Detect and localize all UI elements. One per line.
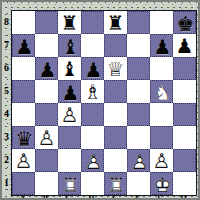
square-b1[interactable] (35, 172, 58, 195)
piece-black-queen[interactable]: ♛ (13, 127, 36, 150)
square-f1[interactable] (127, 172, 150, 195)
piece-white-pawn[interactable]: ♟♙ (82, 150, 105, 173)
piece-white-pawn[interactable]: ♟♙ (35, 126, 58, 149)
rank-label-5: 5 (2, 79, 11, 102)
square-g2[interactable]: ♟♙ (150, 149, 173, 172)
white-piece-outline: ♖ (59, 173, 82, 196)
square-d6[interactable]: ♟ (81, 57, 104, 80)
square-e7[interactable] (104, 34, 127, 57)
square-a6[interactable] (12, 57, 35, 80)
chess-board: ♜♜♚♟♝♟♟♟♝♟♛♕♟♝♗♞♘♟♙♛♟♙♟♙♟♙♟♙♟♙♜♖♜♖♚♔ (11, 10, 197, 196)
piece-white-pawn[interactable]: ♟♙ (12, 149, 35, 172)
piece-black-pawn[interactable]: ♟ (36, 58, 59, 81)
white-piece-outline: ♔ (151, 173, 174, 196)
white-piece-outline: ♕ (104, 57, 127, 80)
square-f4[interactable] (127, 103, 150, 126)
square-e8[interactable]: ♜ (104, 11, 127, 34)
square-b2[interactable] (35, 149, 58, 172)
black-piece-fill: ♝ (58, 57, 81, 80)
piece-white-queen[interactable]: ♛♕ (104, 57, 127, 80)
square-c2[interactable] (58, 149, 81, 172)
square-g8[interactable] (150, 11, 173, 34)
square-h1[interactable] (173, 172, 196, 195)
square-d4[interactable] (81, 103, 104, 126)
rank-label-6: 6 (2, 56, 11, 79)
black-piece-fill: ♚ (174, 12, 197, 35)
rank-label-1: 1 (2, 171, 11, 194)
file-label-h: H (172, 196, 195, 200)
square-h7[interactable]: ♟ (173, 34, 196, 57)
square-e6[interactable]: ♛♕ (104, 57, 127, 80)
rank-label-8: 8 (2, 10, 11, 33)
file-label-c: C (57, 196, 80, 200)
square-a4[interactable] (12, 103, 35, 126)
black-piece-fill: ♟ (36, 58, 59, 81)
black-piece-fill: ♛ (13, 127, 36, 150)
black-piece-fill: ♟ (13, 35, 36, 58)
square-d8[interactable] (81, 11, 104, 34)
black-piece-fill: ♟ (173, 34, 196, 57)
square-c6[interactable]: ♝ (58, 57, 81, 80)
square-g7[interactable]: ♟ (150, 34, 173, 57)
white-piece-outline: ♗ (81, 80, 104, 103)
square-h4[interactable] (173, 103, 196, 126)
piece-white-pawn[interactable]: ♟♙ (150, 149, 173, 172)
rank-label-7: 7 (2, 33, 11, 56)
white-piece-outline: ♙ (150, 149, 173, 172)
square-c1[interactable]: ♜♖ (58, 172, 81, 195)
square-a2[interactable]: ♟♙ (12, 149, 35, 172)
square-c3[interactable] (58, 126, 81, 149)
rank-label-3: 3 (2, 125, 11, 148)
square-g6[interactable] (150, 57, 173, 80)
piece-black-pawn[interactable]: ♟ (82, 58, 105, 81)
square-g5[interactable]: ♞♘ (150, 80, 173, 103)
square-e2[interactable] (104, 149, 127, 172)
white-piece-outline: ♙ (128, 150, 151, 173)
white-piece-outline: ♙ (35, 126, 58, 149)
square-e1[interactable]: ♜♖ (104, 172, 127, 195)
piece-white-knight[interactable]: ♞♘ (151, 81, 174, 104)
rank-label-2: 2 (2, 148, 11, 171)
square-e4[interactable] (104, 103, 127, 126)
square-h6[interactable] (173, 57, 196, 80)
square-b6[interactable]: ♟ (35, 57, 58, 80)
square-a8[interactable] (12, 11, 35, 34)
square-f8[interactable] (127, 11, 150, 34)
piece-black-pawn[interactable]: ♟ (13, 35, 36, 58)
black-piece-fill: ♝ (59, 35, 82, 58)
square-f7[interactable] (127, 34, 150, 57)
square-b3[interactable]: ♟♙ (35, 126, 58, 149)
piece-black-bishop[interactable]: ♝ (58, 57, 81, 80)
square-d1[interactable] (81, 172, 104, 195)
square-f6[interactable] (127, 57, 150, 80)
square-h3[interactable] (173, 126, 196, 149)
square-a5[interactable] (12, 80, 35, 103)
black-piece-fill: ♟ (82, 58, 105, 81)
square-b8[interactable] (35, 11, 58, 34)
piece-white-rook[interactable]: ♜♖ (105, 173, 128, 196)
file-label-d: D (80, 196, 103, 200)
square-f3[interactable] (127, 126, 150, 149)
square-d3[interactable] (81, 126, 104, 149)
square-c5[interactable]: ♟ (58, 80, 81, 103)
white-piece-outline: ♙ (82, 150, 105, 173)
piece-black-pawn[interactable]: ♟ (59, 81, 82, 104)
square-b4[interactable] (35, 103, 58, 126)
square-a3[interactable]: ♛ (12, 126, 35, 149)
white-piece-outline: ♖ (105, 173, 128, 196)
piece-white-bishop[interactable]: ♝♗ (81, 80, 104, 103)
rank-label-4: 4 (2, 102, 11, 125)
file-label-b: B (34, 196, 57, 200)
square-a7[interactable]: ♟ (12, 34, 35, 57)
file-label-f: F (126, 196, 149, 200)
white-piece-outline: ♙ (12, 149, 35, 172)
black-piece-fill: ♜ (58, 11, 81, 34)
square-d5[interactable]: ♝♗ (81, 80, 104, 103)
square-f2[interactable]: ♟♙ (127, 149, 150, 172)
square-b5[interactable] (35, 80, 58, 103)
file-label-e: E (103, 196, 126, 200)
white-piece-outline: ♙ (58, 103, 81, 126)
board-frame: ♜♜♚♟♝♟♟♟♝♟♛♕♟♝♗♞♘♟♙♛♟♙♟♙♟♙♟♙♟♙♜♖♜♖♚♔ 876… (0, 0, 200, 200)
square-g3[interactable] (150, 126, 173, 149)
piece-black-rook[interactable]: ♜ (58, 11, 81, 34)
black-piece-fill: ♜ (104, 11, 127, 34)
black-piece-fill: ♟ (151, 35, 174, 58)
square-h8[interactable]: ♚ (173, 11, 196, 34)
piece-black-pawn[interactable]: ♟ (151, 35, 174, 58)
square-h5[interactable] (173, 80, 196, 103)
file-label-a: A (11, 196, 34, 200)
square-e5[interactable] (104, 80, 127, 103)
square-g4[interactable] (150, 103, 173, 126)
square-b7[interactable] (35, 34, 58, 57)
piece-white-pawn[interactable]: ♟♙ (128, 150, 151, 173)
square-f5[interactable] (127, 80, 150, 103)
piece-black-rook[interactable]: ♜ (104, 11, 127, 34)
square-c7[interactable]: ♝ (58, 34, 81, 57)
square-c8[interactable]: ♜ (58, 11, 81, 34)
square-c4[interactable]: ♟♙ (58, 103, 81, 126)
piece-black-bishop[interactable]: ♝ (59, 35, 82, 58)
file-label-g: G (149, 196, 172, 200)
piece-black-king[interactable]: ♚ (174, 12, 197, 35)
square-h2[interactable] (173, 149, 196, 172)
piece-black-pawn[interactable]: ♟ (173, 34, 196, 57)
black-piece-fill: ♟ (59, 81, 82, 104)
piece-white-king[interactable]: ♚♔ (151, 173, 174, 196)
piece-white-rook[interactable]: ♜♖ (59, 173, 82, 196)
square-g1[interactable]: ♚♔ (150, 172, 173, 195)
piece-white-pawn[interactable]: ♟♙ (58, 103, 81, 126)
square-a1[interactable] (12, 172, 35, 195)
square-d7[interactable] (81, 34, 104, 57)
square-d2[interactable]: ♟♙ (81, 149, 104, 172)
square-e3[interactable] (104, 126, 127, 149)
white-piece-outline: ♘ (151, 81, 174, 104)
